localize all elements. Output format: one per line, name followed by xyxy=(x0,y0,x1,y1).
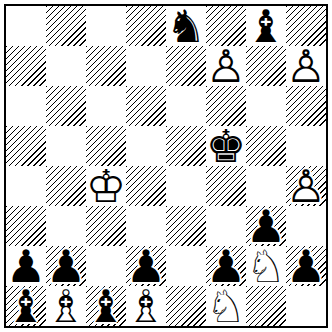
piece-halo: ♝ xyxy=(246,6,286,46)
piece-black-pawn-icon: ♟ xyxy=(126,246,166,286)
square-f1[interactable]: ♞♘ xyxy=(206,286,246,326)
piece-halo: ♝ xyxy=(126,286,166,326)
piece-black-bishop-icon: ♝ xyxy=(86,286,126,326)
square-h7[interactable]: ♟♙ xyxy=(286,46,326,86)
piece-white-pawn-icon: ♙ xyxy=(206,46,246,86)
piece-white-bishop-icon: ♗ xyxy=(126,286,166,326)
chess-board-grid: ♞♞♝♝♟♙♟♙♚♚♚♔♟♙♟♟♟♟♟♟♟♟♟♟♞♘♟♟♝♝♝♗♝♝♝♗♞♘ xyxy=(6,6,326,326)
square-f8[interactable] xyxy=(206,6,246,46)
piece-halo: ♟ xyxy=(6,246,46,286)
square-f7[interactable]: ♟♙ xyxy=(206,46,246,86)
piece-halo: ♞ xyxy=(206,286,246,326)
piece-black-pawn-icon: ♟ xyxy=(286,246,326,286)
square-b4[interactable] xyxy=(46,166,86,206)
square-b2[interactable]: ♟♟ xyxy=(46,246,86,286)
square-a5[interactable] xyxy=(6,126,46,166)
square-g3[interactable]: ♟♟ xyxy=(246,206,286,246)
square-e3[interactable] xyxy=(166,206,206,246)
square-h5[interactable] xyxy=(286,126,326,166)
square-d1[interactable]: ♝♗ xyxy=(126,286,166,326)
piece-white-pawn-icon: ♙ xyxy=(286,46,326,86)
square-b8[interactable] xyxy=(46,6,86,46)
square-e5[interactable] xyxy=(166,126,206,166)
square-c6[interactable] xyxy=(86,86,126,126)
square-d5[interactable] xyxy=(126,126,166,166)
piece-black-king-icon: ♚ xyxy=(206,126,246,166)
piece-halo: ♟ xyxy=(126,246,166,286)
square-c3[interactable] xyxy=(86,206,126,246)
piece-halo: ♟ xyxy=(286,46,326,86)
piece-white-pawn-icon: ♙ xyxy=(286,166,326,206)
square-e7[interactable] xyxy=(166,46,206,86)
piece-halo: ♟ xyxy=(246,206,286,246)
piece-halo: ♞ xyxy=(246,246,286,286)
square-a3[interactable] xyxy=(6,206,46,246)
square-h1[interactable] xyxy=(286,286,326,326)
square-f5[interactable]: ♚♚ xyxy=(206,126,246,166)
square-b7[interactable] xyxy=(46,46,86,86)
piece-halo: ♟ xyxy=(286,166,326,206)
square-a4[interactable] xyxy=(6,166,46,206)
square-e2[interactable] xyxy=(166,246,206,286)
square-c8[interactable] xyxy=(86,6,126,46)
piece-halo: ♟ xyxy=(206,46,246,86)
square-h8[interactable] xyxy=(286,6,326,46)
square-a7[interactable] xyxy=(6,46,46,86)
square-d4[interactable] xyxy=(126,166,166,206)
square-h4[interactable]: ♟♙ xyxy=(286,166,326,206)
piece-black-bishop-icon: ♝ xyxy=(6,286,46,326)
chess-board: ♞♞♝♝♟♙♟♙♚♚♚♔♟♙♟♟♟♟♟♟♟♟♟♟♞♘♟♟♝♝♝♗♝♝♝♗♞♘ xyxy=(4,4,328,328)
square-a6[interactable] xyxy=(6,86,46,126)
square-g5[interactable] xyxy=(246,126,286,166)
square-h2[interactable]: ♟♟ xyxy=(286,246,326,286)
square-d8[interactable] xyxy=(126,6,166,46)
piece-black-pawn-icon: ♟ xyxy=(246,206,286,246)
square-e8[interactable]: ♞♞ xyxy=(166,6,206,46)
piece-halo: ♟ xyxy=(206,246,246,286)
square-b1[interactable]: ♝♗ xyxy=(46,286,86,326)
square-d6[interactable] xyxy=(126,86,166,126)
square-b6[interactable] xyxy=(46,86,86,126)
square-b3[interactable] xyxy=(46,206,86,246)
piece-white-king-icon: ♔ xyxy=(86,166,126,206)
square-d7[interactable] xyxy=(126,46,166,86)
piece-black-bishop-icon: ♝ xyxy=(246,6,286,46)
square-e1[interactable] xyxy=(166,286,206,326)
piece-black-pawn-icon: ♟ xyxy=(6,246,46,286)
square-g6[interactable] xyxy=(246,86,286,126)
piece-halo: ♟ xyxy=(286,246,326,286)
square-c2[interactable] xyxy=(86,246,126,286)
square-e6[interactable] xyxy=(166,86,206,126)
piece-white-knight-icon: ♘ xyxy=(206,286,246,326)
piece-white-bishop-icon: ♗ xyxy=(46,286,86,326)
square-a2[interactable]: ♟♟ xyxy=(6,246,46,286)
piece-halo: ♟ xyxy=(46,246,86,286)
square-f6[interactable] xyxy=(206,86,246,126)
square-g8[interactable]: ♝♝ xyxy=(246,6,286,46)
square-d3[interactable] xyxy=(126,206,166,246)
square-f2[interactable]: ♟♟ xyxy=(206,246,246,286)
piece-black-pawn-icon: ♟ xyxy=(46,246,86,286)
piece-halo: ♚ xyxy=(86,166,126,206)
piece-black-pawn-icon: ♟ xyxy=(206,246,246,286)
piece-halo: ♚ xyxy=(206,126,246,166)
piece-halo: ♝ xyxy=(86,286,126,326)
piece-halo: ♞ xyxy=(166,6,206,46)
square-d2[interactable]: ♟♟ xyxy=(126,246,166,286)
square-g2[interactable]: ♞♘ xyxy=(246,246,286,286)
square-e4[interactable] xyxy=(166,166,206,206)
square-g7[interactable] xyxy=(246,46,286,86)
square-c7[interactable] xyxy=(86,46,126,86)
square-g1[interactable] xyxy=(246,286,286,326)
piece-black-knight-icon: ♞ xyxy=(166,6,206,46)
piece-white-knight-icon: ♘ xyxy=(246,246,286,286)
square-c5[interactable] xyxy=(86,126,126,166)
square-f3[interactable] xyxy=(206,206,246,246)
piece-halo: ♝ xyxy=(6,286,46,326)
square-h6[interactable] xyxy=(286,86,326,126)
square-a1[interactable]: ♝♝ xyxy=(6,286,46,326)
piece-halo: ♝ xyxy=(46,286,86,326)
square-b5[interactable] xyxy=(46,126,86,166)
square-a8[interactable] xyxy=(6,6,46,46)
square-c1[interactable]: ♝♝ xyxy=(86,286,126,326)
square-g4[interactable] xyxy=(246,166,286,206)
square-c4[interactable]: ♚♔ xyxy=(86,166,126,206)
square-f4[interactable] xyxy=(206,166,246,206)
square-h3[interactable] xyxy=(286,206,326,246)
